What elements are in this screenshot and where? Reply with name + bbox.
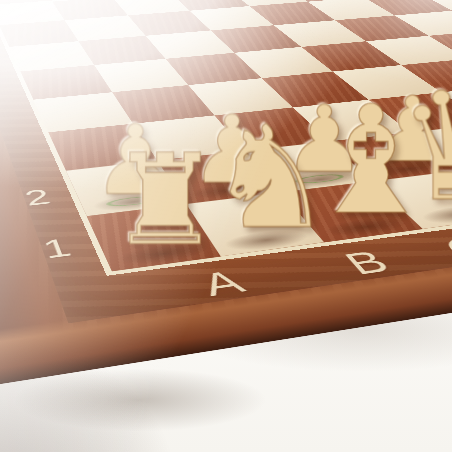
rank-label-1: 1 (39, 235, 74, 263)
photo-scene: 1 2 A B C ♟♟♟♟♟♜♞♝♛ (0, 0, 452, 452)
piece-white-rook-a1: ♜ (109, 140, 222, 259)
piece-white-knight-b1: ♞ (207, 111, 334, 245)
file-label-c: C (436, 232, 452, 264)
file-label-a: A (195, 266, 251, 302)
file-label-b: B (337, 246, 397, 279)
rank-label-2: 2 (22, 186, 54, 209)
